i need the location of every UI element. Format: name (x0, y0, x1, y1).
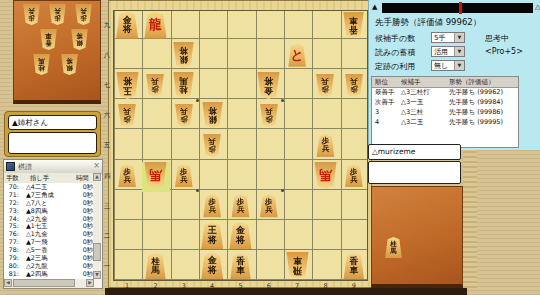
rank-label: 二 (103, 232, 111, 241)
candidate-row[interactable]: 4△3二玉先手勝ち (99995) (372, 117, 518, 127)
vscroll-thumb[interactable] (93, 243, 101, 261)
engine-level: <Pro+5> (485, 47, 523, 56)
kifu-window-icon (6, 162, 15, 171)
kifu-window: 棋譜 × 手数 指し手 時間 70:△4二玉0秒71:▲7三角成0秒72:△7八… (3, 159, 103, 289)
file-label: 7 (292, 282, 302, 290)
move-row[interactable]: 71:▲7三角成0秒 (4, 191, 95, 199)
file-label: 2 (150, 282, 160, 290)
kifu-titlebar[interactable]: 棋譜 × (4, 160, 102, 174)
rank-label: 六 (103, 111, 111, 120)
chevron-down-icon: ▼ (454, 47, 464, 56)
setting-accumulation: 読みの蓄積 活用▼ <Pro+5> (375, 47, 415, 58)
move-row[interactable]: 81:▲2四馬0秒 (4, 270, 95, 278)
candidate-row[interactable]: 最善手△3三桂打先手勝ち (99962) (372, 87, 518, 97)
move-row[interactable]: 73:▲8四馬0秒 (4, 207, 95, 215)
kifu-move-rows[interactable]: 70:△4二玉0秒71:▲7三角成0秒72:△7八と0秒73:▲8四馬0秒74:… (4, 183, 95, 280)
kifu-vscrollbar[interactable]: ▲ ▼ (93, 173, 101, 279)
move-row[interactable]: 74:△2九金0秒 (4, 215, 95, 223)
analysis-panel: ▲ △ 先手勝勢（評価値 99962） 候補手の数 5手▼ 思考中 読みの蓄積 … (368, 0, 540, 150)
close-icon[interactable]: × (93, 161, 100, 170)
rank-label: 五 (103, 141, 111, 150)
kifu-hscrollbar[interactable]: ◀ ▶ (4, 279, 94, 288)
file-label: 9 (349, 282, 359, 290)
move-row[interactable]: 79:▲2三馬0秒 (4, 254, 95, 262)
hand-piece-sente[interactable]: 歩兵 (22, 4, 41, 25)
rank-label: 八 (103, 51, 111, 60)
move-row[interactable]: 78:△5一香0秒 (4, 246, 95, 254)
file-label: 8 (320, 282, 330, 290)
candidate-row[interactable]: 3△3三桂先手勝ち (99986) (372, 107, 518, 117)
sente-comment-box (8, 132, 97, 154)
thinking-status: 思考中 (485, 33, 509, 44)
chevron-down-icon: ▼ (454, 61, 464, 70)
file-label: 3 (179, 282, 189, 290)
sente-nameplate-frame: ▲姉村さん (4, 111, 101, 157)
evaluation-bar (382, 3, 533, 13)
gote-player-name: △murizeme (368, 144, 461, 160)
gote-comment-box (368, 161, 461, 184)
hand-piece-gote[interactable]: 桂馬 (384, 237, 403, 258)
rank-label: 一 (103, 262, 111, 271)
move-row[interactable]: 77:▲7一飛0秒 (4, 238, 95, 246)
joseki-select[interactable]: 無し▼ (431, 60, 465, 71)
rank-label: 七 (103, 81, 111, 90)
gote-piece-stand: 桂馬 (371, 186, 463, 288)
sente-player-name: ▲姉村さん (8, 115, 97, 130)
hand-piece-sente[interactable]: 桂馬 (32, 54, 51, 75)
sente-eval-symbol: ▲ (372, 3, 377, 11)
hand-piece-sente[interactable]: 香車 (39, 29, 58, 50)
rank-label: 九 (103, 21, 111, 30)
shogi-app-window: { "game": "shogi", "position": "l1R1lg1n… (0, 0, 540, 295)
move-row[interactable]: 76:△1九金0秒 (4, 230, 95, 238)
scroll-right-icon[interactable]: ▶ (86, 279, 94, 287)
scroll-down-icon[interactable]: ▼ (93, 271, 101, 279)
scroll-left-icon[interactable]: ◀ (4, 279, 12, 287)
rank-label: 四 (103, 172, 111, 181)
hand-piece-sente[interactable]: 銀将 (60, 54, 79, 75)
rank-label: 三 (103, 202, 111, 211)
candidates-count-select[interactable]: 5手▼ (431, 32, 465, 43)
candidate-moves-table[interactable]: 順位 候補手 形勢（評価値） 最善手△3三桂打先手勝ち (99962)次善手△3… (371, 76, 519, 148)
accumulation-select[interactable]: 活用▼ (431, 46, 465, 57)
hand-piece-sente[interactable]: 歩兵 (74, 4, 93, 25)
evaluation-marker (459, 2, 462, 14)
sente-piece-stand: 歩兵歩兵歩兵香車銀将桂馬銀将 (13, 0, 101, 104)
judgement-text: 先手勝勢（評価値 99962） (375, 17, 481, 29)
gote-eval-symbol: △ (535, 3, 540, 11)
setting-candidates: 候補手の数 5手▼ 思考中 (375, 33, 415, 44)
kifu-title: 棋譜 (18, 162, 32, 172)
file-label: 6 (264, 282, 274, 290)
scroll-up-icon[interactable]: ▲ (93, 173, 101, 181)
move-row[interactable]: 72:△7八と0秒 (4, 199, 95, 207)
tatami-edge (463, 150, 477, 288)
move-row[interactable]: 75:▲1七玉0秒 (4, 222, 95, 230)
chevron-down-icon: ▼ (454, 33, 464, 42)
setting-joseki: 定跡の利用 無し▼ (375, 61, 415, 72)
hand-piece-sente[interactable]: 歩兵 (48, 4, 67, 25)
hscroll-thumb[interactable] (13, 279, 75, 287)
move-row[interactable]: 70:△4二玉0秒 (4, 183, 95, 191)
file-label: 4 (207, 282, 217, 290)
file-label: 1 (122, 282, 132, 290)
file-label: 5 (235, 282, 245, 290)
candidate-row[interactable]: 次善手△3一玉先手勝ち (99984) (372, 97, 518, 107)
hand-piece-sente[interactable]: 銀将 (70, 29, 89, 50)
move-row[interactable]: 80:△2九龍0秒 (4, 262, 95, 270)
